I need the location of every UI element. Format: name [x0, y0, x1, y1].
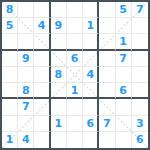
cell-r5c9[interactable] — [132, 67, 148, 83]
cell-r8c5[interactable] — [67, 116, 83, 132]
cell-r1c6[interactable] — [83, 2, 99, 18]
cell-r2c6[interactable]: 1 — [83, 18, 99, 34]
cell-r9c7[interactable] — [99, 132, 115, 148]
cell-r1c8[interactable]: 5 — [116, 2, 132, 18]
cell-r6c1[interactable] — [2, 83, 18, 99]
cell-r7c8[interactable] — [116, 99, 132, 115]
cell-r4c9[interactable] — [132, 51, 148, 67]
cell-r8c8[interactable] — [116, 116, 132, 132]
cell-r8c2[interactable] — [18, 116, 34, 132]
cell-r1c4[interactable] — [51, 2, 67, 18]
sudoku-board: 857549119678481671673146 — [0, 0, 150, 150]
cell-r4c5[interactable]: 6 — [67, 51, 83, 67]
cell-r2c5[interactable] — [67, 18, 83, 34]
cell-r3c6[interactable] — [83, 34, 99, 50]
cell-r1c2[interactable] — [18, 2, 34, 18]
cell-r6c2[interactable]: 8 — [18, 83, 34, 99]
cell-r5c6[interactable]: 4 — [83, 67, 99, 83]
cell-r6c5[interactable]: 1 — [67, 83, 83, 99]
cell-r4c3[interactable] — [34, 51, 50, 67]
cell-r6c4[interactable] — [51, 83, 67, 99]
cell-r4c6[interactable] — [83, 51, 99, 67]
cell-r7c5[interactable] — [67, 99, 83, 115]
cell-r7c3[interactable] — [34, 99, 50, 115]
cell-r1c9[interactable]: 7 — [132, 2, 148, 18]
cell-r7c7[interactable] — [99, 99, 115, 115]
cell-r6c7[interactable] — [99, 83, 115, 99]
cell-r4c1[interactable] — [2, 51, 18, 67]
cell-r4c4[interactable] — [51, 51, 67, 67]
cell-r9c3[interactable] — [34, 132, 50, 148]
cell-r2c9[interactable] — [132, 18, 148, 34]
cell-r5c3[interactable] — [34, 67, 50, 83]
cell-r5c2[interactable] — [18, 67, 34, 83]
cell-r9c9[interactable]: 6 — [132, 132, 148, 148]
cell-r9c1[interactable]: 1 — [2, 132, 18, 148]
cell-r8c6[interactable]: 6 — [83, 116, 99, 132]
cell-r3c5[interactable] — [67, 34, 83, 50]
cell-r7c1[interactable] — [2, 99, 18, 115]
cell-r9c4[interactable] — [51, 132, 67, 148]
cell-r3c9[interactable] — [132, 34, 148, 50]
cell-r5c8[interactable] — [116, 67, 132, 83]
cell-r3c2[interactable] — [18, 34, 34, 50]
cell-r6c9[interactable] — [132, 83, 148, 99]
cell-r3c4[interactable] — [51, 34, 67, 50]
cell-r3c7[interactable] — [99, 34, 115, 50]
cell-r1c5[interactable] — [67, 2, 83, 18]
cell-r7c2[interactable]: 7 — [18, 99, 34, 115]
cell-r6c6[interactable] — [83, 83, 99, 99]
cell-r1c3[interactable] — [34, 2, 50, 18]
cell-r4c2[interactable]: 9 — [18, 51, 34, 67]
cell-r8c9[interactable]: 3 — [132, 116, 148, 132]
cell-r1c1[interactable]: 8 — [2, 2, 18, 18]
cell-r3c1[interactable] — [2, 34, 18, 50]
cell-r8c3[interactable] — [34, 116, 50, 132]
cell-r7c9[interactable] — [132, 99, 148, 115]
cell-r4c8[interactable]: 7 — [116, 51, 132, 67]
cell-r9c5[interactable] — [67, 132, 83, 148]
cell-r5c4[interactable]: 8 — [51, 67, 67, 83]
cell-r6c3[interactable] — [34, 83, 50, 99]
cell-r1c7[interactable] — [99, 2, 115, 18]
cell-r8c7[interactable]: 7 — [99, 116, 115, 132]
cell-r4c7[interactable] — [99, 51, 115, 67]
cell-r9c2[interactable]: 4 — [18, 132, 34, 148]
cell-r2c3[interactable]: 4 — [34, 18, 50, 34]
cell-r9c6[interactable] — [83, 132, 99, 148]
cell-r7c4[interactable] — [51, 99, 67, 115]
cell-r9c8[interactable] — [116, 132, 132, 148]
cell-r3c8[interactable]: 1 — [116, 34, 132, 50]
cell-r2c1[interactable]: 5 — [2, 18, 18, 34]
cell-r7c6[interactable] — [83, 99, 99, 115]
cell-r2c4[interactable]: 9 — [51, 18, 67, 34]
cell-r5c7[interactable] — [99, 67, 115, 83]
cell-r2c7[interactable] — [99, 18, 115, 34]
cell-r6c8[interactable]: 6 — [116, 83, 132, 99]
cell-r5c5[interactable] — [67, 67, 83, 83]
cell-r5c1[interactable] — [2, 67, 18, 83]
cell-r2c2[interactable] — [18, 18, 34, 34]
cell-r2c8[interactable] — [116, 18, 132, 34]
cell-r3c3[interactable] — [34, 34, 50, 50]
sudoku-board-grid: 857549119678481671673146 — [2, 2, 148, 148]
cell-r8c4[interactable]: 1 — [51, 116, 67, 132]
cell-r8c1[interactable] — [2, 116, 18, 132]
